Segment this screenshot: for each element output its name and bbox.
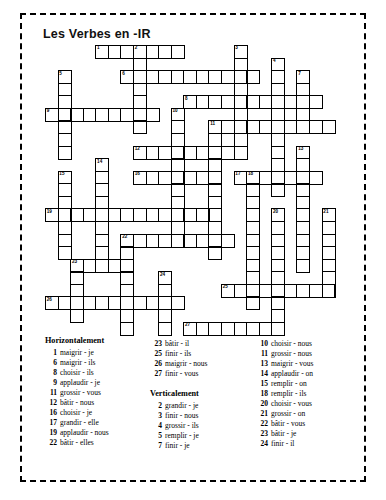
clue-text: choisir - nous — [271, 339, 312, 349]
grid-cell-r17-c4[interactable] — [96, 260, 109, 273]
worksheet-page: Les Verbes en -IR 1689111216171922232526… — [0, 0, 386, 500]
grid-cell-r22-c16[interactable] — [247, 323, 260, 336]
cell-number-26: 26 — [47, 298, 52, 303]
grid-cell-r20-c3[interactable] — [84, 297, 97, 310]
clue-number: 17 — [45, 418, 57, 428]
across-clue-26: 26maigrir - nous — [150, 359, 254, 369]
grid-cell-r3-c20[interactable] — [297, 84, 310, 97]
grid-cell-r6-c10[interactable] — [172, 121, 185, 134]
grid-cell-r5-c18[interactable] — [272, 109, 285, 122]
grid-cell-r7-c15[interactable] — [235, 134, 248, 147]
grid-cell-r6-c1[interactable] — [59, 121, 72, 134]
grid-cell-r16-c22[interactable] — [323, 247, 336, 260]
grid-cell-r4-c18[interactable] — [272, 96, 285, 109]
grid-cell-r19-c2[interactable] — [71, 285, 84, 298]
grid-cell-r12-c1[interactable] — [59, 197, 72, 210]
across-clue-19: 19applaudir - nous — [45, 428, 149, 438]
grid-cell-r12-c10[interactable] — [172, 197, 185, 210]
grid-cell-r20-c2[interactable] — [71, 297, 84, 310]
grid-cell-r12-c20[interactable] — [297, 197, 310, 210]
grid-cell-r0-c5[interactable] — [109, 46, 122, 59]
grid-cell-r22-c13[interactable] — [209, 323, 222, 336]
cell-number-9: 9 — [47, 109, 50, 114]
across-clue-16: 16choisir - je — [45, 408, 149, 418]
clue-text: maigrir - ils — [60, 358, 95, 368]
down-clue-13: 13maigrir - vous — [256, 359, 374, 369]
grid-cell-r4-c20[interactable] — [297, 96, 310, 109]
grid-cell-r10-c4[interactable] — [96, 172, 109, 185]
grid-cell-r12-c4[interactable] — [96, 197, 109, 210]
clue-text: grandir - elle — [60, 418, 99, 428]
grid-cell-r22-c6[interactable] — [121, 323, 134, 336]
grid-cell-r6-c15[interactable] — [235, 121, 248, 134]
cell-number-25: 25 — [223, 285, 228, 290]
grid-cell-r16-c16[interactable] — [247, 247, 260, 260]
down-word-23 — [70, 259, 84, 323]
grid-cell-r21-c2[interactable] — [71, 310, 84, 323]
grid-cell-r10-c11[interactable] — [184, 172, 197, 185]
grid-cell-r4-c1[interactable] — [59, 96, 72, 109]
clue-text: choisir - ils — [60, 368, 94, 378]
grid-cell-r8-c10[interactable] — [172, 147, 185, 160]
down-clue-3: 3finir - nous — [150, 411, 254, 421]
down-word-22 — [120, 234, 134, 336]
clue-text: bâtir - vous — [271, 419, 305, 429]
clue-number: 12 — [45, 398, 57, 408]
grid-cell-r18-c2[interactable] — [71, 272, 84, 285]
cell-number-2: 2 — [135, 46, 138, 51]
clue-number: 13 — [256, 359, 268, 369]
grid-cell-r21-c6[interactable] — [121, 310, 134, 323]
grid-cell-r13-c13[interactable] — [209, 209, 222, 222]
grid-cell-r15-c13[interactable] — [209, 235, 222, 248]
down-clues-list-2: 10choisir - nous11grossir - nous13maigri… — [256, 339, 374, 449]
grid-cell-r16-c13[interactable] — [209, 247, 222, 260]
grid-cell-r14-c4[interactable] — [96, 222, 109, 235]
grid-cell-r2-c15[interactable] — [235, 71, 248, 84]
grid-cell-r13-c7[interactable] — [134, 209, 147, 222]
grid-cell-r18-c22[interactable] — [323, 272, 336, 285]
grid-cell-r0-c8[interactable] — [147, 46, 160, 59]
grid-cell-r2-c13[interactable] — [209, 71, 222, 84]
grid-cell-r3-c15[interactable] — [235, 84, 248, 97]
clue-text: finir - je — [165, 441, 190, 451]
clue-number: 11 — [256, 349, 268, 359]
grid-cell-r16-c20[interactable] — [297, 247, 310, 260]
grid-cell-r4-c15[interactable] — [235, 96, 248, 109]
grid-cell-r15-c16[interactable] — [247, 235, 260, 248]
grid-cell-r11-c4[interactable] — [96, 184, 109, 197]
across-clue-25: 25finir - ils — [150, 349, 254, 359]
grid-cell-r8-c18[interactable] — [272, 147, 285, 160]
grid-cell-r22-c12[interactable] — [197, 323, 210, 336]
clue-text: choisir - vous — [271, 399, 312, 409]
clue-number: 26 — [150, 359, 162, 369]
clue-text: maigrir - nous — [165, 359, 208, 369]
grid-cell-r4-c21[interactable] — [310, 96, 323, 109]
clue-number: 7 — [150, 441, 162, 451]
grid-cell-r19-c16[interactable] — [247, 285, 260, 298]
down-clue-7: 7finir - je — [150, 441, 254, 451]
grid-cell-r13-c4[interactable] — [96, 209, 109, 222]
down-word-21 — [322, 208, 336, 297]
grid-cell-r8-c8[interactable] — [147, 147, 160, 160]
grid-cell-r2-c16[interactable] — [247, 71, 260, 84]
grid-cell-r13-c6[interactable] — [121, 209, 134, 222]
grid-cell-r5-c7[interactable] — [134, 109, 147, 122]
cell-number-21: 21 — [323, 210, 328, 215]
grid-cell-r16-c4[interactable] — [96, 247, 109, 260]
grid-cell-r3-c7[interactable] — [134, 84, 147, 97]
cell-number-23: 23 — [72, 260, 77, 265]
grid-cell-r8-c1[interactable] — [59, 147, 72, 160]
down-word-11 — [208, 120, 222, 260]
grid-cell-r2-c11[interactable] — [184, 71, 197, 84]
clue-number: 1 — [45, 348, 57, 358]
clue-number: 2 — [150, 401, 162, 411]
grid-cell-r14-c18[interactable] — [272, 222, 285, 235]
grid-cell-r17-c18[interactable] — [272, 260, 285, 273]
clue-text: remplir - on — [271, 379, 307, 389]
clue-text: finir - vous — [165, 369, 198, 379]
grid-cell-r12-c16[interactable] — [247, 197, 260, 210]
clue-number: 10 — [256, 339, 268, 349]
down-word-2 — [133, 45, 147, 134]
grid-cell-r20-c16[interactable] — [247, 297, 260, 310]
grid-cell-r15-c10[interactable] — [172, 235, 185, 248]
grid-cell-r18-c6[interactable] — [121, 272, 134, 285]
clue-number: 15 — [256, 379, 268, 389]
grid-cell-r0-c10[interactable] — [172, 46, 185, 59]
clue-number: 25 — [150, 349, 162, 359]
clue-text: maigrir - je — [60, 348, 94, 358]
clue-text: bâtir - il — [165, 339, 189, 349]
cell-number-24: 24 — [160, 273, 165, 278]
grid-cell-r5-c5[interactable] — [109, 109, 122, 122]
down-word-15 — [58, 171, 72, 260]
grid-cell-r11-c16[interactable] — [247, 184, 260, 197]
clue-text: finir - il — [271, 439, 294, 449]
cell-number-19: 19 — [47, 210, 52, 215]
grid-cell-r12-c13[interactable] — [209, 197, 222, 210]
grid-cell-r7-c18[interactable] — [272, 134, 285, 147]
across-word-27 — [183, 322, 285, 336]
across-header: Horizontalement — [45, 336, 149, 346]
grid-cell-r4-c16[interactable] — [247, 96, 260, 109]
down-clue-14: 14applaudir - on — [256, 369, 374, 379]
clue-number: 16 — [45, 408, 57, 418]
cell-number-4: 4 — [273, 59, 276, 64]
clue-number: 23 — [256, 429, 268, 439]
grid-cell-r20-c9[interactable] — [159, 297, 172, 310]
across-clue-12: 12bâtir - nous — [45, 398, 149, 408]
grid-cell-r5-c2[interactable] — [71, 109, 84, 122]
grid-cell-r10-c10[interactable] — [172, 172, 185, 185]
across-clue-9: 9applaudir - je — [45, 378, 149, 388]
across-clue-23: 23bâtir - il — [150, 339, 254, 349]
grid-cell-r10-c13[interactable] — [209, 172, 222, 185]
clue-number: 8 — [45, 368, 57, 378]
cell-number-18: 18 — [248, 172, 253, 177]
grid-cell-r2-c9[interactable] — [159, 71, 172, 84]
across-clue-17: 17grandir - elle — [45, 418, 149, 428]
clue-number: 5 — [150, 431, 162, 441]
grid-cell-r6-c21[interactable] — [310, 121, 323, 134]
grid-cell-r14-c13[interactable] — [209, 222, 222, 235]
down-word-18 — [246, 171, 260, 311]
clue-number: 14 — [256, 369, 268, 379]
grid-cell-r22-c15[interactable] — [235, 323, 248, 336]
cell-number-3: 3 — [235, 46, 238, 51]
grid-cell-r20-c4[interactable] — [96, 297, 109, 310]
cell-number-13: 13 — [298, 147, 303, 152]
grid-cell-r13-c20[interactable] — [297, 209, 310, 222]
grid-cell-r2-c7[interactable] — [134, 71, 147, 84]
grid-cell-r10-c18[interactable] — [272, 172, 285, 185]
down-word-7 — [296, 70, 310, 134]
down-clue-21: 21grossir - on — [256, 409, 374, 419]
down-clue-15: 15remplir - on — [256, 379, 374, 389]
grid-cell-r6-c7[interactable] — [134, 121, 147, 134]
across-clue-8: 8choisir - ils — [45, 368, 149, 378]
clue-text: maigrir - vous — [271, 359, 314, 369]
clue-number: 19 — [45, 428, 57, 438]
grid-cell-r1-c15[interactable] — [235, 59, 248, 72]
grid-cell-r5-c1[interactable] — [59, 109, 72, 122]
clue-text: choisir - je — [60, 408, 92, 418]
cell-number-14: 14 — [97, 160, 102, 165]
grid-cell-r1-c7[interactable] — [134, 59, 147, 72]
grid-cell-r19-c20[interactable] — [297, 285, 310, 298]
across-word-12 — [133, 146, 248, 160]
grid-cell-r15-c22[interactable] — [323, 235, 336, 248]
grid-cell-r11-c20[interactable] — [297, 184, 310, 197]
grid-cell-r19-c22[interactable] — [323, 285, 336, 298]
grid-cell-r11-c13[interactable] — [209, 184, 222, 197]
clue-number: 24 — [256, 439, 268, 449]
clue-number: 23 — [150, 339, 162, 349]
clue-number: 3 — [150, 411, 162, 421]
grid-cell-r8-c15[interactable] — [235, 147, 248, 160]
down-clue-10: 10choisir - nous — [256, 339, 374, 349]
grid-cell-r5-c4[interactable] — [96, 109, 109, 122]
clue-number: 18 — [256, 389, 268, 399]
grid-cell-r11-c1[interactable] — [59, 184, 72, 197]
grid-cell-r17-c20[interactable] — [297, 260, 310, 273]
grid-cell-r9-c20[interactable] — [297, 159, 310, 172]
grid-cell-r15-c14[interactable] — [222, 235, 235, 248]
clue-text: grossir - nous — [271, 349, 312, 359]
down-word-3 — [234, 45, 248, 160]
grid-cell-r22-c18[interactable] — [272, 323, 285, 336]
grid-cell-r10-c20[interactable] — [297, 172, 310, 185]
cell-number-20: 20 — [273, 210, 278, 215]
grid-cell-r20-c7[interactable] — [134, 297, 147, 310]
grid-cell-r6-c18[interactable] — [272, 121, 285, 134]
clue-number: 11 — [45, 388, 57, 398]
cell-number-10: 10 — [173, 109, 178, 114]
grid-cell-r2-c18[interactable] — [272, 71, 285, 84]
grid-cell-r8-c11[interactable] — [184, 147, 197, 160]
clue-number: 4 — [150, 421, 162, 431]
grid-cell-r14-c20[interactable] — [297, 222, 310, 235]
clue-text: finir - nous — [165, 411, 198, 421]
grid-cell-r19-c18[interactable] — [272, 285, 285, 298]
down-clue-23: 23bâtir - je — [256, 429, 374, 439]
grid-cell-r14-c1[interactable] — [59, 222, 72, 235]
grid-cell-r7-c1[interactable] — [59, 134, 72, 147]
grid-cell-r11-c10[interactable] — [172, 184, 185, 197]
grid-cell-r17-c16[interactable] — [247, 260, 260, 273]
grid-cell-r14-c10[interactable] — [172, 222, 185, 235]
grid-cell-r7-c13[interactable] — [209, 134, 222, 147]
grid-cell-r2-c8[interactable] — [147, 71, 160, 84]
grid-cell-r19-c6[interactable] — [121, 285, 134, 298]
grid-cell-r4-c7[interactable] — [134, 96, 147, 109]
down-clue-4: 4grossir - ils — [150, 421, 254, 431]
crossword-board: 1689111216171922232526272345710131415182… — [0, 0, 386, 340]
across-clue-1: 1maigrir - je — [45, 348, 149, 358]
cell-number-11: 11 — [210, 122, 215, 127]
grid-cell-r5-c15[interactable] — [235, 109, 248, 122]
across-clues-list-2: 23bâtir - il25finir - ils26maigrir - nou… — [150, 339, 254, 379]
grid-cell-r0-c9[interactable] — [159, 46, 172, 59]
grid-cell-r14-c16[interactable] — [247, 222, 260, 235]
grid-cell-r6-c22[interactable] — [323, 121, 336, 134]
cell-number-15: 15 — [59, 172, 64, 177]
across-clue-11: 11grossir - vous — [45, 388, 149, 398]
grid-cell-r6-c16[interactable] — [247, 121, 260, 134]
grid-cell-r16-c6[interactable] — [121, 247, 134, 260]
down-word-14 — [95, 158, 109, 273]
down-clue-24: 24finir - il — [256, 439, 374, 449]
grid-cell-r6-c20[interactable] — [297, 121, 310, 134]
clue-text: bâtir - elles — [60, 438, 94, 448]
grid-cell-r13-c2[interactable] — [71, 209, 84, 222]
grid-cell-r9-c13[interactable] — [209, 159, 222, 172]
down-clue-5: 5remplir - je — [150, 431, 254, 441]
grid-cell-r5-c3[interactable] — [84, 109, 97, 122]
grid-cell-r2-c12[interactable] — [197, 71, 210, 84]
clue-column-spacer — [150, 379, 254, 389]
grid-cell-r15-c11[interactable] — [184, 235, 197, 248]
grid-cell-r13-c5[interactable] — [109, 209, 122, 222]
down-clue-22: 22bâtir - vous — [256, 419, 374, 429]
grid-cell-r13-c11[interactable] — [184, 209, 197, 222]
clues-column-1: Horizontalement 1maigrir - je6maigrir - … — [45, 336, 149, 448]
down-word-5 — [58, 70, 72, 159]
cell-number-1: 1 — [97, 46, 100, 51]
clue-text: grandir - je — [165, 401, 198, 411]
grid-cell-r18-c18[interactable] — [272, 272, 285, 285]
down-word-10 — [171, 108, 185, 248]
clue-number: 9 — [45, 378, 57, 388]
down-clue-20: 20choisir - vous — [256, 399, 374, 409]
down-word-20 — [271, 208, 285, 335]
clue-number: 21 — [256, 409, 268, 419]
clue-number: 22 — [45, 438, 57, 448]
grid-cell-r13-c16[interactable] — [247, 209, 260, 222]
grid-cell-r14-c22[interactable] — [323, 222, 336, 235]
across-clue-27: 27finir - vous — [150, 369, 254, 379]
grid-cell-r9-c10[interactable] — [172, 159, 185, 172]
down-header: Verticalement — [150, 389, 254, 399]
grid-cell-r5-c8[interactable] — [147, 109, 160, 122]
grid-cell-r9-c18[interactable] — [272, 159, 285, 172]
across-clues-list-1: 1maigrir - je6maigrir - ils8choisir - il… — [45, 348, 149, 448]
clue-number: 27 — [150, 369, 162, 379]
cell-number-6: 6 — [122, 72, 125, 77]
grid-cell-r2-c10[interactable] — [172, 71, 185, 84]
clue-text: applaudir - je — [60, 378, 100, 388]
cell-number-22: 22 — [122, 235, 127, 240]
grid-cell-r18-c16[interactable] — [247, 272, 260, 285]
clue-text: grossir - on — [271, 409, 305, 419]
grid-cell-r4-c13[interactable] — [209, 96, 222, 109]
grid-cell-r19-c9[interactable] — [159, 285, 172, 298]
grid-cell-r20-c18[interactable] — [272, 297, 285, 310]
grid-cell-r15-c4[interactable] — [96, 235, 109, 248]
grid-cell-r19-c19[interactable] — [285, 285, 298, 298]
grid-cell-r3-c18[interactable] — [272, 84, 285, 97]
grid-cell-r10-c21[interactable] — [310, 172, 323, 185]
grid-cell-r17-c6[interactable] — [121, 260, 134, 273]
grid-cell-r15-c7[interactable] — [134, 235, 147, 248]
across-clue-6: 6maigrir - ils — [45, 358, 149, 368]
grid-cell-r21-c9[interactable] — [159, 310, 172, 323]
grid-cell-r10-c8[interactable] — [147, 172, 160, 185]
grid-cell-r13-c1[interactable] — [59, 209, 72, 222]
grid-cell-r15-c20[interactable] — [297, 235, 310, 248]
grid-cell-r8-c13[interactable] — [209, 147, 222, 160]
cell-number-17: 17 — [235, 172, 240, 177]
clue-text: applaudir - nous — [60, 428, 109, 438]
grid-cell-r15-c8[interactable] — [147, 235, 160, 248]
grid-cell-r20-c6[interactable] — [121, 297, 134, 310]
grid-cell-r11-c18[interactable] — [272, 184, 285, 197]
grid-cell-r4-c12[interactable] — [197, 96, 210, 109]
grid-cell-r17-c22[interactable] — [323, 260, 336, 273]
grid-cell-r16-c18[interactable] — [272, 247, 285, 260]
grid-cell-r13-c8[interactable] — [147, 209, 160, 222]
down-word-24 — [158, 271, 172, 335]
grid-cell-r22-c9[interactable] — [159, 323, 172, 336]
grid-cell-r5-c20[interactable] — [297, 109, 310, 122]
clue-text: remplir - je — [165, 431, 199, 441]
grid-cell-r3-c1[interactable] — [59, 84, 72, 97]
grid-cell-r7-c10[interactable] — [172, 134, 185, 147]
cell-number-7: 7 — [298, 72, 301, 77]
clue-number: 6 — [45, 358, 57, 368]
clue-text: finir - ils — [165, 349, 191, 359]
grid-cell-r15-c18[interactable] — [272, 235, 285, 248]
cell-number-12: 12 — [135, 147, 140, 152]
down-clue-2: 2grandir - je — [150, 401, 254, 411]
down-clues-list-1: 2grandir - je3finir - nous4grossir - ils… — [150, 401, 254, 451]
cell-number-27: 27 — [185, 323, 190, 328]
grid-cell-r15-c1[interactable] — [59, 235, 72, 248]
cell-number-5: 5 — [59, 72, 62, 77]
grid-cell-r22-c14[interactable] — [222, 323, 235, 336]
down-word-13 — [296, 146, 310, 273]
clue-text: bâtir - je — [271, 429, 296, 439]
grid-cell-r20-c10[interactable] — [172, 297, 185, 310]
clue-text: remplir - ils — [271, 389, 306, 399]
grid-cell-r21-c18[interactable] — [272, 310, 285, 323]
clue-number: 20 — [256, 399, 268, 409]
grid-cell-r13-c10[interactable] — [172, 209, 185, 222]
across-clue-22: 22bâtir - elles — [45, 438, 149, 448]
